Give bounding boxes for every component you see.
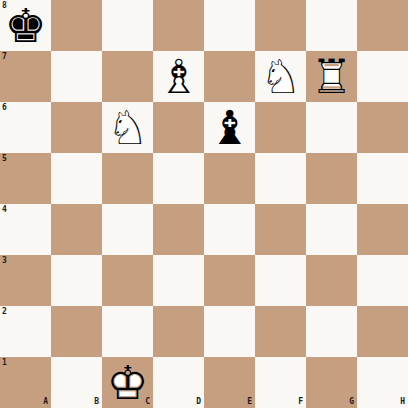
square-c2[interactable] [102,306,153,357]
square-a7[interactable]: 7 [0,51,51,102]
piece-black-king[interactable]: ♔♚ [0,0,51,51]
square-a1[interactable]: 1A [0,357,51,408]
white-bishop-glyph: ♗ [157,52,199,99]
square-c8[interactable] [102,0,153,51]
square-d3[interactable] [153,255,204,306]
square-g8[interactable] [306,0,357,51]
file-label-f: F [298,398,303,406]
rank-label-3: 3 [2,257,7,265]
square-c3[interactable] [102,255,153,306]
square-c4[interactable] [102,204,153,255]
square-h7[interactable] [357,51,408,102]
square-e8[interactable] [204,0,255,51]
square-e6[interactable]: ♗♝ [204,102,255,153]
square-e1[interactable]: E [204,357,255,408]
piece-white-bishop[interactable]: ♝♗ [153,51,204,102]
square-d8[interactable] [153,0,204,51]
piece-white-rook[interactable]: ♜♖ [306,51,357,102]
white-rook-glyph: ♖ [310,52,352,99]
square-f2[interactable] [255,306,306,357]
square-b7[interactable] [51,51,102,102]
square-b6[interactable] [51,102,102,153]
square-a5[interactable]: 5 [0,153,51,204]
square-b8[interactable] [51,0,102,51]
square-c6[interactable]: ♞♘ [102,102,153,153]
square-f1[interactable]: F [255,357,306,408]
square-f7[interactable]: ♞♘ [255,51,306,102]
file-label-b: B [94,398,99,406]
square-b5[interactable] [51,153,102,204]
square-h6[interactable] [357,102,408,153]
square-d5[interactable] [153,153,204,204]
square-h4[interactable] [357,204,408,255]
square-g4[interactable] [306,204,357,255]
rank-label-7: 7 [2,53,7,61]
square-h1[interactable]: H [357,357,408,408]
rank-label-5: 5 [2,155,7,163]
white-king-glyph: ♔ [106,358,148,405]
square-c5[interactable] [102,153,153,204]
square-g2[interactable] [306,306,357,357]
white-knight-glyph: ♘ [106,103,148,150]
square-e4[interactable] [204,204,255,255]
square-e5[interactable] [204,153,255,204]
square-g6[interactable] [306,102,357,153]
black-king-glyph: ♚ [4,1,46,48]
square-f8[interactable] [255,0,306,51]
square-f3[interactable] [255,255,306,306]
white-knight-glyph: ♘ [259,52,301,99]
square-d4[interactable] [153,204,204,255]
square-h3[interactable] [357,255,408,306]
square-d1[interactable]: D [153,357,204,408]
file-label-h: H [400,398,405,406]
rank-label-2: 2 [2,308,7,316]
square-f4[interactable] [255,204,306,255]
piece-white-knight[interactable]: ♞♘ [102,102,153,153]
square-c1[interactable]: C♚♔ [102,357,153,408]
square-a6[interactable]: 6 [0,102,51,153]
file-label-e: E [247,398,252,406]
square-a8[interactable]: 8♔♚ [0,0,51,51]
piece-white-knight[interactable]: ♞♘ [255,51,306,102]
square-g7[interactable]: ♜♖ [306,51,357,102]
rank-label-6: 6 [2,104,7,112]
square-g1[interactable]: G [306,357,357,408]
rank-label-4: 4 [2,206,7,214]
square-h5[interactable] [357,153,408,204]
square-f6[interactable] [255,102,306,153]
file-label-a: A [43,398,48,406]
square-f5[interactable] [255,153,306,204]
square-a3[interactable]: 3 [0,255,51,306]
square-a2[interactable]: 2 [0,306,51,357]
square-h2[interactable] [357,306,408,357]
square-e3[interactable] [204,255,255,306]
square-d7[interactable]: ♝♗ [153,51,204,102]
rank-label-1: 1 [2,359,7,367]
square-b4[interactable] [51,204,102,255]
square-g3[interactable] [306,255,357,306]
square-b3[interactable] [51,255,102,306]
square-b1[interactable]: B [51,357,102,408]
square-b2[interactable] [51,306,102,357]
square-d2[interactable] [153,306,204,357]
file-label-g: G [349,398,354,406]
square-e7[interactable] [204,51,255,102]
chess-board: 8♔♚7♝♗♞♘♜♖6♞♘♗♝54321ABC♚♔DEFGH [0,0,408,408]
square-d6[interactable] [153,102,204,153]
square-c7[interactable] [102,51,153,102]
piece-black-bishop[interactable]: ♗♝ [204,102,255,153]
file-label-d: D [196,398,201,406]
black-bishop-glyph: ♝ [208,103,250,150]
square-g5[interactable] [306,153,357,204]
square-e2[interactable] [204,306,255,357]
piece-white-king[interactable]: ♚♔ [102,357,153,408]
square-a4[interactable]: 4 [0,204,51,255]
square-h8[interactable] [357,0,408,51]
